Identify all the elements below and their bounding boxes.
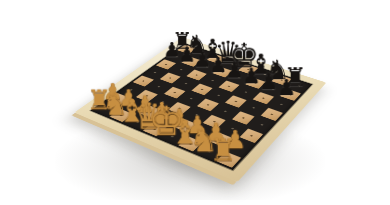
square-a1: ♜ (91, 101, 120, 117)
product-photo: ♜♞♝♛♚♝♞♜♟♟♟♟♟♟♟♟♟♟♟♟♟♟♟♟♜♞♝♛♚♝♞♜ (0, 0, 390, 205)
white-pawn-a2: ♟ (103, 81, 123, 103)
white-rook-a1: ♜ (87, 86, 111, 113)
black-rook-a8: ♜ (172, 29, 193, 52)
